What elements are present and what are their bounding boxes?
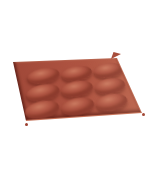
mold-cavity bbox=[58, 78, 96, 100]
mold-cavity bbox=[90, 60, 126, 80]
mold-corner-pin-bottom-left bbox=[25, 123, 28, 126]
mold-cavity bbox=[92, 91, 131, 114]
mold-cavity bbox=[25, 65, 63, 86]
product-photo-background bbox=[0, 0, 152, 190]
silicone-mold bbox=[13, 58, 142, 121]
mold-cavity bbox=[58, 94, 98, 118]
mold-corner-pin-bottom-right bbox=[142, 113, 145, 116]
mold-cavity bbox=[22, 97, 62, 121]
